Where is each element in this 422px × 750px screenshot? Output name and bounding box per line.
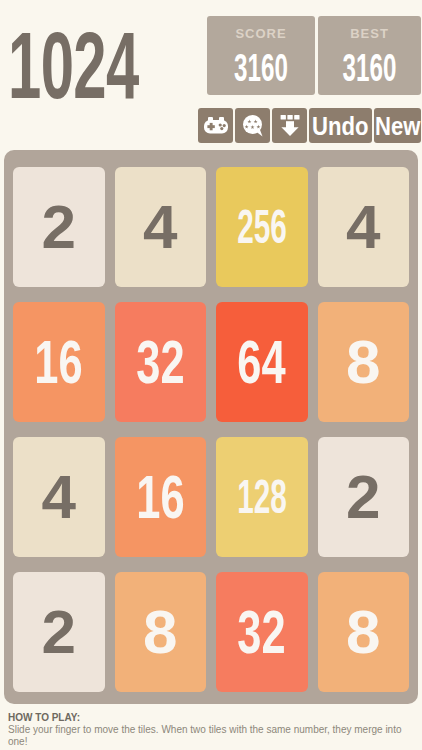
tile-4: 4 xyxy=(318,167,410,287)
app-logo: 1024 xyxy=(8,18,139,113)
tile-64: 64 xyxy=(216,302,308,422)
undo-button-label: Undo xyxy=(312,113,368,139)
tile-2: 2 xyxy=(13,167,105,287)
tile-2: 2 xyxy=(318,437,410,557)
how-to-play: HOW TO PLAY: Slide your finger to move t… xyxy=(8,712,418,748)
tile-8: 8 xyxy=(115,572,207,692)
more-games-button[interactable] xyxy=(198,108,233,143)
tile-2: 2 xyxy=(13,572,105,692)
score-label: SCORE xyxy=(207,27,315,40)
score-value: 3160 xyxy=(228,48,295,87)
tile-16: 16 xyxy=(115,437,207,557)
tile-256: 256 xyxy=(216,167,308,287)
download-button[interactable] xyxy=(272,108,307,143)
gamepad-icon xyxy=(203,116,229,135)
best-value: 3160 xyxy=(338,48,402,87)
tile-32: 32 xyxy=(216,572,308,692)
new-game-button[interactable]: New xyxy=(374,108,421,143)
download-icon xyxy=(278,114,302,137)
tile-4: 4 xyxy=(115,167,207,287)
rate-review-button[interactable] xyxy=(235,108,270,143)
tile-16: 16 xyxy=(13,302,105,422)
how-to-play-title: HOW TO PLAY: xyxy=(8,712,418,724)
tile-4: 4 xyxy=(13,437,105,557)
tile-128: 128 xyxy=(216,437,308,557)
reviews-bubble-icon xyxy=(241,114,265,138)
tile-8: 8 xyxy=(318,572,410,692)
tile-32: 32 xyxy=(115,302,207,422)
best-label: BEST xyxy=(318,27,421,40)
how-to-play-text: Slide your finger to move the tiles. Whe… xyxy=(8,724,418,748)
tile-8: 8 xyxy=(318,302,410,422)
new-button-label: New xyxy=(375,113,420,139)
best-panel: BEST 3160 xyxy=(318,16,421,95)
score-panel: SCORE 3160 xyxy=(207,16,315,95)
undo-button[interactable]: Undo xyxy=(309,108,372,143)
board[interactable]: 2425641632648416128228328 xyxy=(4,150,418,704)
